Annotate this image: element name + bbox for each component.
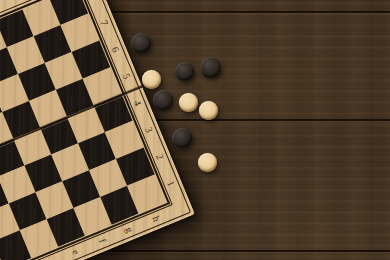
light-checker[interactable] — [198, 153, 217, 172]
black-checker[interactable] — [172, 128, 192, 148]
light-checker[interactable] — [179, 93, 198, 112]
light-checker[interactable] — [199, 101, 218, 120]
light-checker[interactable] — [142, 70, 161, 89]
pieces-layer — [0, 0, 390, 260]
table-surface: 87654321 abcdefgh — [0, 0, 390, 260]
black-checker[interactable] — [131, 33, 151, 53]
black-checker[interactable] — [175, 62, 194, 81]
black-checker[interactable] — [153, 90, 173, 110]
black-checker[interactable] — [200, 57, 221, 78]
